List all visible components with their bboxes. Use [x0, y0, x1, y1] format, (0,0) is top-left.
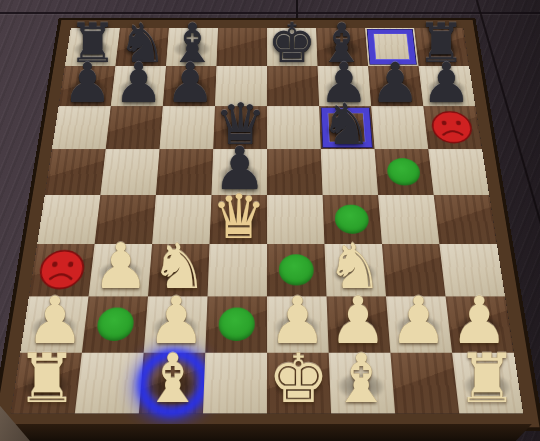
piece-black-pawn[interactable]: ♟: [407, 56, 487, 111]
legal-move-dot[interactable]: [387, 159, 421, 186]
square-h4[interactable]: [434, 195, 497, 244]
legal-move-dot[interactable]: [219, 308, 255, 341]
square-h5[interactable]: [428, 149, 489, 195]
legal-move-dot[interactable]: [96, 308, 134, 341]
piece-black-knight[interactable]: ♞: [306, 96, 386, 153]
piece-white-rook[interactable]: ♜: [7, 345, 87, 413]
square-g5[interactable]: [375, 149, 434, 195]
legal-move-dot[interactable]: [335, 205, 369, 233]
square-a5[interactable]: [45, 149, 106, 195]
chess-app-screen: ♜♞♝♚♝♜♟♟♟♟♟♟♛♞♟♛♟♞♞♟♟♟♟♟♟♜♝♚♝♜: [0, 0, 540, 441]
piece-white-bishop[interactable]: ♝: [133, 345, 213, 413]
piece-white-bishop[interactable]: ♝: [321, 345, 401, 413]
board-front-edge: [0, 424, 540, 441]
square-b5[interactable]: [100, 149, 159, 195]
legal-move-dot[interactable]: [279, 255, 313, 285]
warning-frown-icon[interactable]: [429, 110, 476, 144]
piece-white-rook[interactable]: ♜: [447, 345, 527, 413]
